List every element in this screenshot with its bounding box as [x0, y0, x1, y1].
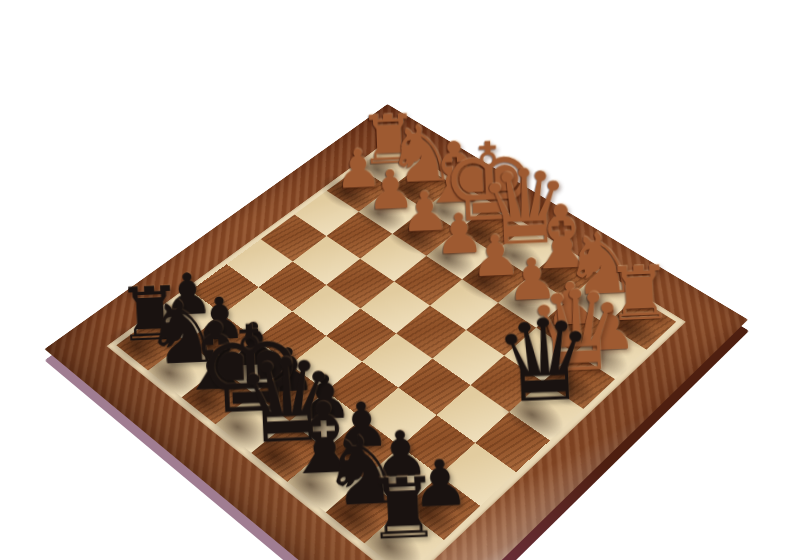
- camera-roll: ♜♞♝♛♚♝♞♜♟♟♟♟♟♟♟♟♛♛♟♟♟♟♟♟♟♟♜♞♝♛♚♝♞♜: [0, 0, 800, 560]
- square-a8: ♜: [365, 509, 444, 560]
- chess-board: ♜♞♝♛♚♝♞♜♟♟♟♟♟♟♟♟♛♛♟♟♟♟♟♟♟♟♜♞♝♛♚♝♞♜: [44, 104, 748, 560]
- scene: ♜♞♝♛♚♝♞♜♟♟♟♟♟♟♟♟♛♛♟♟♟♟♟♟♟♟♜♞♝♛♚♝♞♜: [0, 0, 800, 560]
- black-rook-icon: ♜: [364, 465, 442, 551]
- black-queen-icon: ♛: [491, 303, 597, 421]
- photo-background: ♜♞♝♛♚♝♞♜♟♟♟♟♟♟♟♟♛♛♟♟♟♟♟♟♟♟♜♞♝♛♚♝♞♜: [0, 0, 800, 560]
